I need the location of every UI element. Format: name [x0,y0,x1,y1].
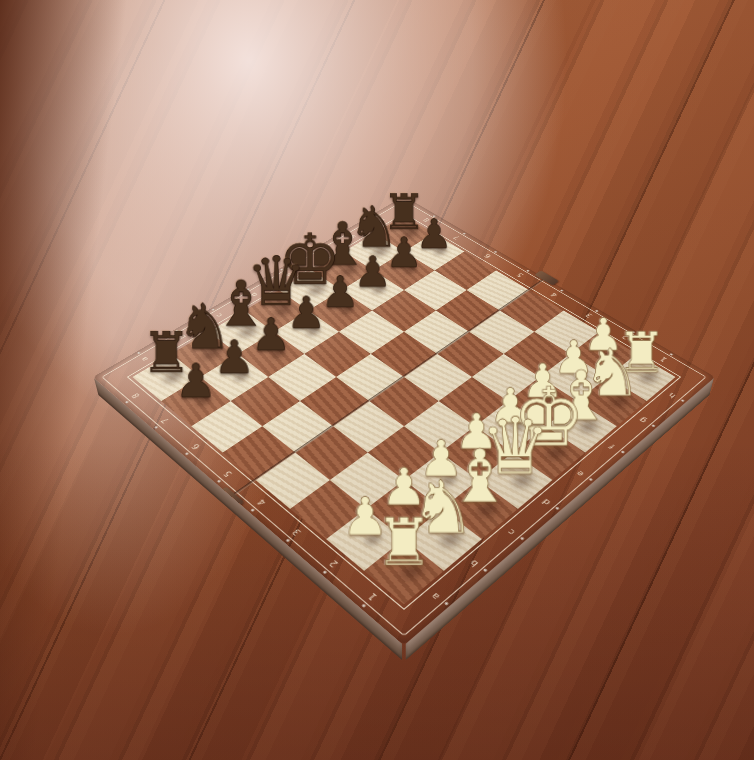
black-pawn-icon: ♟ [175,357,217,404]
pin-icon [483,568,488,572]
pin-icon [217,479,222,483]
pin-icon [669,353,673,356]
pin-icon [555,506,560,510]
pin-icon [286,538,291,542]
pin-icon [185,452,190,455]
white-rook-icon: ♜ [375,510,434,576]
pin-icon [520,537,525,541]
pin-icon [651,424,655,427]
pin-icon [589,478,594,482]
pin-icon [250,508,255,512]
pin-icon [560,289,564,292]
pin-icon [444,601,449,605]
pin-icon [125,401,129,404]
pin-icon [463,233,467,235]
pin-icon [323,570,328,574]
pin-icon [681,399,685,402]
pin-icon [494,251,498,253]
pin-icon [154,426,158,429]
pin-icon [361,603,366,607]
pin-icon [621,450,626,453]
pin-icon [526,270,530,272]
